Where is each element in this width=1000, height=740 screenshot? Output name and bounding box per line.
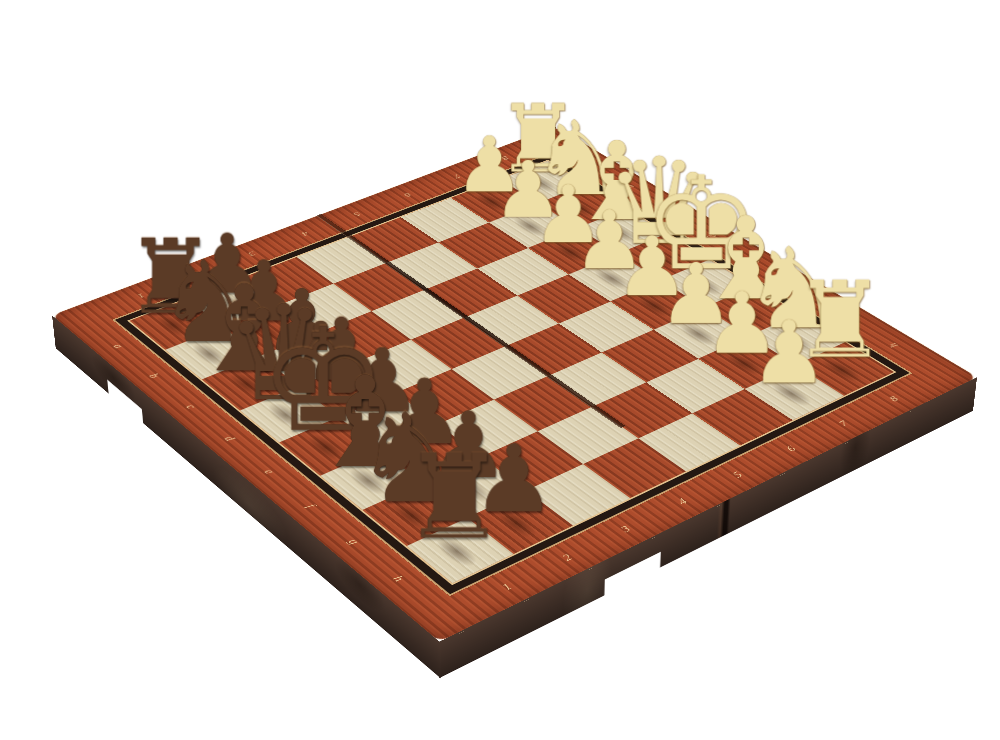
playing-area: ♜♞♝♛♚♝♞♜♟♟♟♟♟♟♟♟♟♟♟♟♟♟♟♟♜♞♝♛♚♝♞♜ (130, 161, 894, 583)
product-photo: { "game": "chess", "title": "Folding mag… (0, 0, 1000, 740)
piece-dark-rook-h1[interactable]: ♜ (402, 442, 507, 553)
scene: ♜♞♝♛♚♝♞♜♟♟♟♟♟♟♟♟♟♟♟♟♟♟♟♟♜♞♝♛♚♝♞♜ aabbccd… (0, 0, 1000, 740)
chess-board: ♜♞♝♛♚♝♞♜♟♟♟♟♟♟♟♟♟♟♟♟♟♟♟♟♜♞♝♛♚♝♞♜ aabbccd… (50, 126, 980, 644)
piece-light-pawn-h7[interactable]: ♟ (750, 313, 827, 395)
